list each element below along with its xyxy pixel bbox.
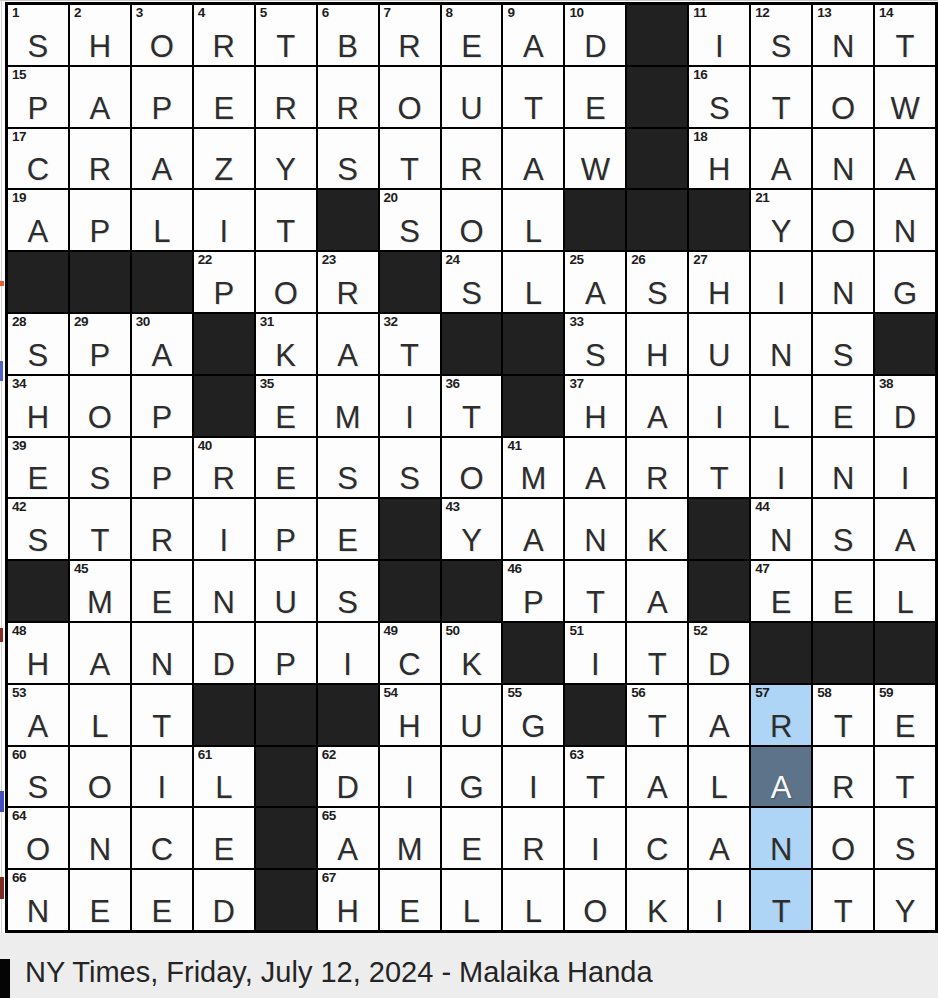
cell-letter: N [813,154,873,185]
cell-number: 55 [507,686,521,701]
cell-r4c13[interactable]: 21Y [751,190,811,250]
cell-letter: S [8,340,68,371]
cell-r11c12[interactable]: 52D [689,623,749,683]
cell-number: 21 [755,191,769,206]
cell-r4c5[interactable]: T [256,190,316,250]
cell-r2c10[interactable]: E [565,67,625,127]
cell-letter: H [565,402,625,433]
cell-number: 40 [198,439,212,454]
cell-r14c9[interactable]: R [503,808,563,868]
cell-letter: S [565,340,625,371]
cell-r11c3[interactable]: N [132,623,192,683]
cell-letter: L [689,772,749,803]
cell-r1c7[interactable]: 7R [380,5,440,65]
cell-r9c13[interactable]: 44N [751,499,811,559]
cell-r4c4[interactable]: I [194,190,254,250]
cell-letter: P [70,340,130,371]
cell-letter: U [689,340,749,371]
cell-letter: A [8,711,68,742]
cell-letter: T [627,711,687,742]
cell-r8c9[interactable]: 41M [503,438,563,498]
cell-r14c4[interactable]: E [194,808,254,868]
cell-r15c11[interactable]: K [627,870,687,930]
cell-r6c2[interactable]: 29P [70,314,130,374]
cell-r1c1[interactable]: 1S [8,5,68,65]
cell-letter: T [751,93,811,124]
cell-letter: I [751,278,811,309]
cell-r6c7[interactable]: 32T [380,314,440,374]
cell-number: 22 [198,253,212,268]
cell-r13c4[interactable]: 61L [194,747,254,807]
cell-r12c13[interactable]: 57R [751,685,811,745]
cell-number: 50 [446,624,460,639]
cell-letter: L [503,278,563,309]
cell-r3c9[interactable]: A [503,129,563,189]
crossword-app-screen: 1S2H3O4R5T6B7R8E9A10D11I12S13N14T15PAPER… [0,0,938,998]
cell-letter: A [132,154,192,185]
cell-number: 63 [569,748,583,763]
cell-letter: T [689,463,749,494]
cell-r5c8[interactable]: 24S [442,252,502,312]
cell-letter: O [256,278,316,309]
cell-letter: O [813,93,873,124]
cell-r5c12[interactable]: 27H [689,252,749,312]
crossword-grid: 1S2H3O4R5T6B7R8E9A10D11I12S13N14T15PAPER… [5,2,938,933]
cell-r4c8[interactable]: O [442,190,502,250]
cell-r14c11[interactable]: C [627,808,687,868]
cell-r6c10[interactable]: 33S [565,314,625,374]
cell-r10c11[interactable]: A [627,561,687,621]
cell-r13c6[interactable]: 62D [318,747,378,807]
cell-r10c12 [689,561,749,621]
cell-r6c8 [442,314,502,374]
cell-letter: N [565,525,625,556]
cell-letter: R [256,93,316,124]
cell-r7c11[interactable]: A [627,376,687,436]
cell-letter: A [689,711,749,742]
cell-number: 65 [322,809,336,824]
cell-letter: P [194,278,254,309]
cell-r1c4[interactable]: 4R [194,5,254,65]
cell-r5c4[interactable]: 22P [194,252,254,312]
cell-r1c8[interactable]: 8E [442,5,502,65]
cell-r1c14[interactable]: 13N [813,5,873,65]
cell-r10c3[interactable]: E [132,561,192,621]
cell-r15c12[interactable]: I [689,870,749,930]
cell-r15c9[interactable]: L [503,870,563,930]
cell-r1c3[interactable]: 3O [132,5,192,65]
cell-letter: O [70,402,130,433]
cell-letter: A [875,525,935,556]
cell-r6c12[interactable]: U [689,314,749,374]
cell-r12c7[interactable]: 54H [380,685,440,745]
cell-letter: A [875,154,935,185]
cell-r10c4[interactable]: N [194,561,254,621]
cell-r10c2[interactable]: 45M [70,561,130,621]
cell-r2c1[interactable]: 15P [8,67,68,127]
cell-r5c6[interactable]: 23R [318,252,378,312]
cell-letter: I [751,463,811,494]
cell-r12c12[interactable]: A [689,685,749,745]
cell-r1c6[interactable]: 6B [318,5,378,65]
cell-r2c2[interactable]: A [70,67,130,127]
cell-number: 19 [12,191,26,206]
cell-r3c5[interactable]: Y [256,129,316,189]
cell-r4c15[interactable]: N [875,190,935,250]
cell-r7c14[interactable]: E [813,376,873,436]
cell-r15c13[interactable]: T [751,870,811,930]
cell-r8c8[interactable]: O [442,438,502,498]
cell-letter: H [8,402,68,433]
cell-r10c14[interactable]: E [813,561,873,621]
cell-number: 31 [260,315,274,330]
cell-r3c7[interactable]: T [380,129,440,189]
cell-r15c7[interactable]: E [380,870,440,930]
cell-r13c10[interactable]: 63T [565,747,625,807]
cell-r10c13[interactable]: 47E [751,561,811,621]
cell-letter: T [380,340,440,371]
cell-r2c13[interactable]: T [751,67,811,127]
cell-r14c3[interactable]: C [132,808,192,868]
cell-r11c6[interactable]: I [318,623,378,683]
cell-r7c13[interactable]: L [751,376,811,436]
cell-letter: R [132,525,192,556]
cell-r15c14[interactable]: T [813,870,873,930]
cell-r2c9[interactable]: T [503,67,563,127]
cell-number: 29 [74,315,88,330]
cell-r15c4[interactable]: D [194,870,254,930]
cell-r10c10[interactable]: T [565,561,625,621]
cell-letter: H [8,649,68,680]
cell-r15c15[interactable]: Y [875,870,935,930]
cell-r10c5[interactable]: U [256,561,316,621]
cell-letter: L [503,216,563,247]
cell-r12c3[interactable]: T [132,685,192,745]
cell-letter: A [627,772,687,803]
cell-r1c5[interactable]: 5T [256,5,316,65]
cell-r7c7[interactable]: I [380,376,440,436]
cell-letter: O [70,772,130,803]
cell-number: 16 [693,68,707,83]
cell-r8c5[interactable]: E [256,438,316,498]
cell-r9c1[interactable]: 42S [8,499,68,559]
cell-r3c10[interactable]: W [565,129,625,189]
cell-r1c2[interactable]: 2H [70,5,130,65]
cell-r11c7[interactable]: 49C [380,623,440,683]
cell-r2c7[interactable]: O [380,67,440,127]
cell-r6c5[interactable]: 31K [256,314,316,374]
cell-r9c2[interactable]: T [70,499,130,559]
cell-letter: N [813,463,873,494]
cell-r5c11[interactable]: 26S [627,252,687,312]
cell-r8c12[interactable]: T [689,438,749,498]
cell-letter: D [318,772,378,803]
cell-r9c8[interactable]: 43Y [442,499,502,559]
cell-letter: N [751,525,811,556]
cell-r7c8[interactable]: 36T [442,376,502,436]
cell-r3c14[interactable]: N [813,129,873,189]
cell-number: 67 [322,871,336,886]
cell-number: 7 [384,6,391,21]
cell-r7c10[interactable]: 37H [565,376,625,436]
cell-letter: I [565,834,625,865]
cell-r13c14[interactable]: R [813,747,873,807]
cell-r3c13[interactable]: A [751,129,811,189]
cell-r9c6[interactable]: E [318,499,378,559]
cell-r14c13[interactable]: N [751,808,811,868]
cell-letter: D [194,896,254,927]
cell-r8c11[interactable]: R [627,438,687,498]
cell-number: 53 [12,686,26,701]
cell-r9c5[interactable]: P [256,499,316,559]
cell-r13c12[interactable]: L [689,747,749,807]
cell-r8c14[interactable]: N [813,438,873,498]
cell-letter: P [256,525,316,556]
cell-letter: O [132,31,192,62]
cell-r8c15[interactable]: I [875,438,935,498]
cell-r11c5[interactable]: P [256,623,316,683]
cell-r4c7[interactable]: 20S [380,190,440,250]
cell-r7c2[interactable]: O [70,376,130,436]
cell-r4c1[interactable]: 19A [8,190,68,250]
cell-r13c2[interactable]: O [70,747,130,807]
cell-r14c12[interactable]: A [689,808,749,868]
cell-r13c7[interactable]: I [380,747,440,807]
cell-letter: H [627,340,687,371]
cell-r8c4[interactable]: 40R [194,438,254,498]
cell-r3c1[interactable]: 17C [8,129,68,189]
cell-r1c15[interactable]: 14T [875,5,935,65]
cell-r7c5[interactable]: 35E [256,376,316,436]
screen-edge-artifact-red-1 [0,628,3,642]
cell-letter: Y [751,216,811,247]
cell-r8c13[interactable]: I [751,438,811,498]
cell-letter: T [565,772,625,803]
cell-r3c8[interactable]: R [442,129,502,189]
cell-r14c6[interactable]: 65A [318,808,378,868]
cell-r12c15[interactable]: 59E [875,685,935,745]
cell-r3c3[interactable]: A [132,129,192,189]
cell-r14c8[interactable]: E [442,808,502,868]
cell-r1c9[interactable]: 9A [503,5,563,65]
cell-r12c5 [256,685,316,745]
cell-r15c3[interactable]: E [132,870,192,930]
cell-letter: I [689,402,749,433]
cell-r14c10[interactable]: I [565,808,625,868]
cell-number: 1 [12,6,19,21]
cell-r7c15[interactable]: 38D [875,376,935,436]
cell-r11c10[interactable]: 51I [565,623,625,683]
cell-r13c8[interactable]: G [442,747,502,807]
cell-r8c2[interactable]: S [70,438,130,498]
cell-r8c1[interactable]: 39E [8,438,68,498]
cell-letter: S [813,525,873,556]
cell-r5c2 [70,252,130,312]
cell-letter: O [380,93,440,124]
cell-letter: P [132,463,192,494]
cell-r3c2[interactable]: R [70,129,130,189]
cell-r2c14[interactable]: O [813,67,873,127]
cell-r9c10[interactable]: N [565,499,625,559]
cell-r7c1[interactable]: 34H [8,376,68,436]
cell-letter: P [503,587,563,618]
cell-r5c7 [380,252,440,312]
cell-letter: C [627,834,687,865]
cell-r8c7[interactable]: S [380,438,440,498]
cell-r5c15[interactable]: G [875,252,935,312]
cell-r12c14[interactable]: 58T [813,685,873,745]
cell-r10c1 [8,561,68,621]
cell-r15c6[interactable]: 67H [318,870,378,930]
cell-r13c1[interactable]: 60S [8,747,68,807]
cell-r9c9[interactable]: A [503,499,563,559]
cell-number: 60 [12,748,26,763]
cell-r14c15[interactable]: S [875,808,935,868]
cell-r11c2[interactable]: A [70,623,130,683]
cell-letter: C [132,834,192,865]
cell-r13c11[interactable]: A [627,747,687,807]
cell-r13c3[interactable]: I [132,747,192,807]
cell-r4c2[interactable]: P [70,190,130,250]
screen-edge-artifact-orange [0,281,4,286]
cell-r9c3[interactable]: R [132,499,192,559]
cell-r15c10[interactable]: O [565,870,625,930]
cell-letter: N [813,278,873,309]
cell-letter: W [875,93,935,124]
cell-r15c8[interactable]: L [442,870,502,930]
cell-r14c1[interactable]: 64O [8,808,68,868]
cell-r9c7 [380,499,440,559]
cell-r2c5[interactable]: R [256,67,316,127]
cell-r11c8[interactable]: 50K [442,623,502,683]
cell-letter: R [70,154,130,185]
cell-r13c9[interactable]: I [503,747,563,807]
cell-letter: I [194,216,254,247]
cell-r12c9[interactable]: 55G [503,685,563,745]
cell-r12c2[interactable]: L [70,685,130,745]
cell-r1c12[interactable]: 11I [689,5,749,65]
cell-r10c9[interactable]: 46P [503,561,563,621]
cell-number: 27 [693,253,707,268]
cell-r2c3[interactable]: P [132,67,192,127]
cell-letter: E [565,93,625,124]
cell-letter: E [813,587,873,618]
cell-r6c11[interactable]: H [627,314,687,374]
cell-r6c3[interactable]: 30A [132,314,192,374]
cell-letter: S [318,154,378,185]
cell-r8c10[interactable]: A [565,438,625,498]
cell-r1c10[interactable]: 10D [565,5,625,65]
cell-letter: E [751,587,811,618]
cell-r4c3[interactable]: L [132,190,192,250]
cell-number: 26 [631,253,645,268]
cell-r11c1[interactable]: 48H [8,623,68,683]
cell-letter: H [318,896,378,927]
cell-letter: H [70,31,130,62]
cell-r9c4[interactable]: I [194,499,254,559]
cell-r5c10[interactable]: 25A [565,252,625,312]
cell-r3c4[interactable]: Z [194,129,254,189]
cell-r5c5[interactable]: O [256,252,316,312]
cell-letter: S [813,340,873,371]
cell-r11c11[interactable]: T [627,623,687,683]
cell-letter: T [813,711,873,742]
cell-letter: K [256,340,316,371]
cell-letter: S [689,93,749,124]
cell-r6c1[interactable]: 28S [8,314,68,374]
cell-r14c14[interactable]: O [813,808,873,868]
cell-letter: K [627,525,687,556]
cell-letter: T [70,525,130,556]
cell-r8c3[interactable]: P [132,438,192,498]
cell-r13c15[interactable]: T [875,747,935,807]
cell-r7c6[interactable]: M [318,376,378,436]
cell-r6c6[interactable]: A [318,314,378,374]
cell-letter: A [689,834,749,865]
cell-number: 39 [12,439,26,454]
cell-r11c4[interactable]: D [194,623,254,683]
cell-number: 24 [446,253,460,268]
cell-r5c13[interactable]: I [751,252,811,312]
cell-r9c14[interactable]: S [813,499,873,559]
cell-number: 25 [569,253,583,268]
cell-letter: E [8,463,68,494]
cell-r8c6[interactable]: S [318,438,378,498]
cell-r7c3[interactable]: P [132,376,192,436]
cell-r12c1[interactable]: 53A [8,685,68,745]
cell-letter: I [689,31,749,62]
cell-r5c14[interactable]: N [813,252,873,312]
cell-r4c14[interactable]: O [813,190,873,250]
cell-r6c13[interactable]: N [751,314,811,374]
cell-r15c1[interactable]: 66N [8,870,68,930]
cell-letter: W [565,154,625,185]
cell-r5c3 [132,252,192,312]
cell-r2c12[interactable]: 16S [689,67,749,127]
cell-r2c15[interactable]: W [875,67,935,127]
cell-r14c7[interactable]: M [380,808,440,868]
cell-letter: R [318,278,378,309]
cell-r4c9[interactable]: L [503,190,563,250]
cell-r6c14[interactable]: S [813,314,873,374]
cell-r9c11[interactable]: K [627,499,687,559]
cell-r3c6[interactable]: S [318,129,378,189]
cell-r6c15 [875,314,935,374]
cell-r1c13[interactable]: 12S [751,5,811,65]
cell-r12c11[interactable]: 56T [627,685,687,745]
cell-letter: A [132,340,192,371]
cell-r2c6[interactable]: R [318,67,378,127]
cell-number: 56 [631,686,645,701]
cell-letter: A [318,340,378,371]
cell-r13c13[interactable]: A [751,747,811,807]
cell-r10c6[interactable]: S [318,561,378,621]
cell-r14c2[interactable]: N [70,808,130,868]
cell-r7c12[interactable]: I [689,376,749,436]
cell-r2c4[interactable]: E [194,67,254,127]
cell-r12c8[interactable]: U [442,685,502,745]
cell-letter: G [503,711,563,742]
cell-r3c15[interactable]: A [875,129,935,189]
cell-r2c8[interactable]: U [442,67,502,127]
cell-r9c15[interactable]: A [875,499,935,559]
cell-r5c9[interactable]: L [503,252,563,312]
cell-r3c12[interactable]: 18H [689,129,749,189]
cell-letter: E [194,93,254,124]
cell-letter: A [8,216,68,247]
cell-r15c2[interactable]: E [70,870,130,930]
cell-r10c15[interactable]: L [875,561,935,621]
